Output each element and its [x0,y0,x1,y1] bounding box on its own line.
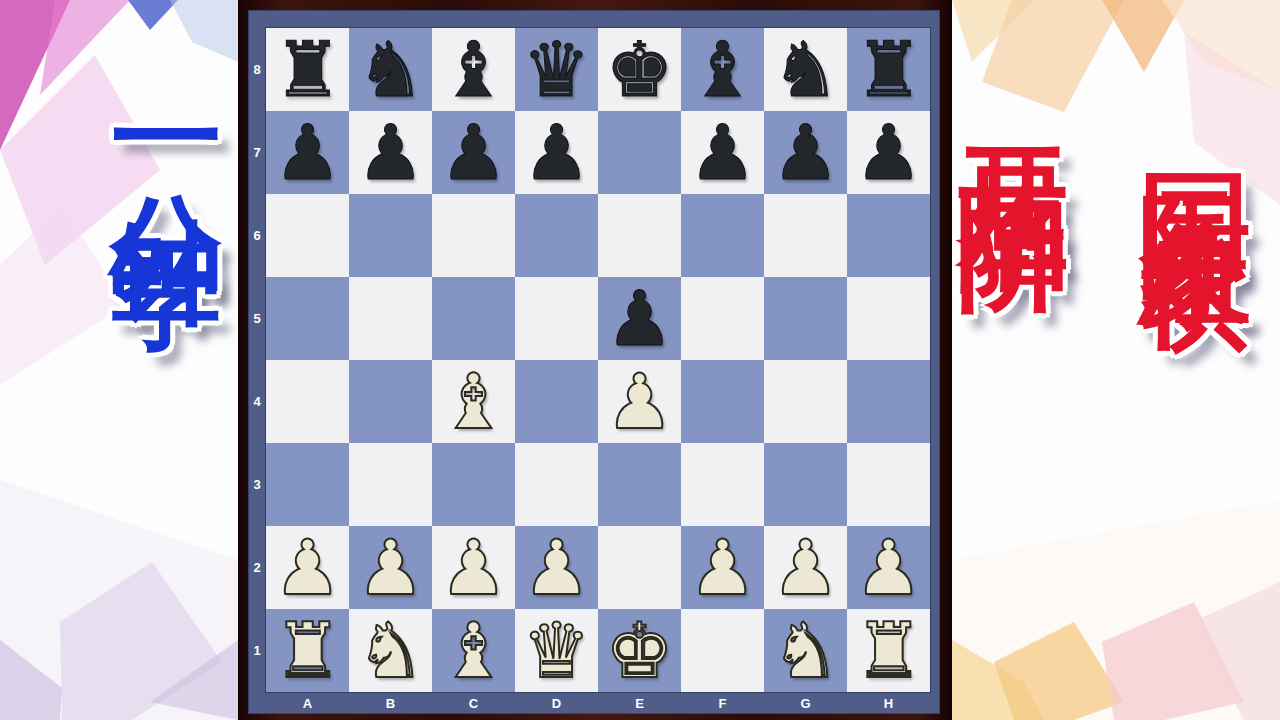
square-h3[interactable] [847,443,930,526]
file-label: F [681,692,764,714]
square-f4[interactable] [681,360,764,443]
piece-white-pawn[interactable]: ♟ [432,526,515,609]
square-e6[interactable] [598,194,681,277]
piece-black-pawn[interactable]: ♟ [598,277,681,360]
square-g5[interactable] [764,277,847,360]
square-d4[interactable] [515,360,598,443]
piece-white-pawn[interactable]: ♟ [764,526,847,609]
square-e5[interactable]: ♟ [598,277,681,360]
square-e4[interactable]: ♟ [598,360,681,443]
piece-black-pawn[interactable]: ♟ [681,111,764,194]
square-a8[interactable]: ♜ [266,28,349,111]
square-c2[interactable]: ♟ [432,526,515,609]
square-b3[interactable] [349,443,432,526]
square-g4[interactable] [764,360,847,443]
square-g2[interactable]: ♟ [764,526,847,609]
piece-white-pawn[interactable]: ♟ [515,526,598,609]
square-g7[interactable]: ♟ [764,111,847,194]
rank-labels: 87654321 [248,28,266,692]
square-a5[interactable] [266,277,349,360]
piece-white-queen[interactable]: ♛ [515,609,598,692]
square-e1[interactable]: ♚ [598,609,681,692]
file-label: G [764,692,847,714]
square-e3[interactable] [598,443,681,526]
file-label: A [266,692,349,714]
rank-label: 6 [248,194,266,277]
left-panel: 一分钟学 [0,0,238,720]
piece-white-pawn[interactable]: ♟ [681,526,764,609]
square-h8[interactable]: ♜ [847,28,930,111]
rank-label: 1 [248,609,266,692]
square-h4[interactable] [847,360,930,443]
banner-right-inner-text: 开局陷阱 [958,60,1070,132]
square-b7[interactable]: ♟ [349,111,432,194]
square-c3[interactable] [432,443,515,526]
piece-white-knight[interactable]: ♞ [764,609,847,692]
square-c4[interactable]: ♝ [432,360,515,443]
square-f5[interactable] [681,277,764,360]
square-a2[interactable]: ♟ [266,526,349,609]
piece-white-pawn[interactable]: ♟ [847,526,930,609]
square-g3[interactable] [764,443,847,526]
rank-label: 7 [248,111,266,194]
piece-white-rook[interactable]: ♜ [847,609,930,692]
piece-white-bishop[interactable]: ♝ [432,360,515,443]
square-g1[interactable]: ♞ [764,609,847,692]
square-c6[interactable] [432,194,515,277]
square-c1[interactable]: ♝ [432,609,515,692]
square-b6[interactable] [349,194,432,277]
square-a6[interactable] [266,194,349,277]
right-panel: 开局陷阱 国际象棋 [952,0,1280,720]
piece-white-pawn[interactable]: ♟ [266,526,349,609]
piece-black-knight[interactable]: ♞ [764,28,847,111]
square-d8[interactable]: ♛ [515,28,598,111]
square-a3[interactable] [266,443,349,526]
square-e2[interactable] [598,526,681,609]
square-e8[interactable]: ♚ [598,28,681,111]
square-g8[interactable]: ♞ [764,28,847,111]
piece-black-bishop[interactable]: ♝ [681,28,764,111]
square-h5[interactable] [847,277,930,360]
piece-black-pawn[interactable]: ♟ [266,111,349,194]
square-f7[interactable]: ♟ [681,111,764,194]
piece-black-pawn[interactable]: ♟ [764,111,847,194]
square-c7[interactable]: ♟ [432,111,515,194]
piece-white-pawn[interactable]: ♟ [349,526,432,609]
square-b2[interactable]: ♟ [349,526,432,609]
square-c5[interactable] [432,277,515,360]
board-border: 87654321 ♜♞♝♛♚♝♞♜♟♟♟♟♟♟♟♟♝♟♟♟♟♟♟♟♟♜♞♝♛♚♞… [248,10,940,714]
piece-black-rook[interactable]: ♜ [847,28,930,111]
square-h2[interactable]: ♟ [847,526,930,609]
square-a4[interactable] [266,360,349,443]
piece-black-pawn[interactable]: ♟ [349,111,432,194]
square-f8[interactable]: ♝ [681,28,764,111]
rank-label: 2 [248,526,266,609]
piece-black-king[interactable]: ♚ [598,28,681,111]
square-h6[interactable] [847,194,930,277]
piece-white-pawn[interactable]: ♟ [598,360,681,443]
file-label: H [847,692,930,714]
file-label: D [515,692,598,714]
rank-label: 5 [248,277,266,360]
banner-right-outer-text: 国际象棋 [1140,86,1252,174]
square-d3[interactable] [515,443,598,526]
square-b4[interactable] [349,360,432,443]
square-a7[interactable]: ♟ [266,111,349,194]
rank-label: 4 [248,360,266,443]
file-label: E [598,692,681,714]
file-label: B [349,692,432,714]
square-d2[interactable]: ♟ [515,526,598,609]
file-label: C [432,692,515,714]
square-d5[interactable] [515,277,598,360]
file-labels: ABCDEFGH [266,692,930,714]
square-b5[interactable] [349,277,432,360]
square-e7[interactable] [598,111,681,194]
piece-black-pawn[interactable]: ♟ [432,111,515,194]
rank-label: 3 [248,443,266,526]
piece-white-knight[interactable]: ♞ [349,609,432,692]
square-h7[interactable]: ♟ [847,111,930,194]
square-b8[interactable]: ♞ [349,28,432,111]
square-c8[interactable]: ♝ [432,28,515,111]
square-h1[interactable]: ♜ [847,609,930,692]
piece-black-rook[interactable]: ♜ [266,28,349,111]
square-f6[interactable] [681,194,764,277]
square-d6[interactable] [515,194,598,277]
piece-black-bishop[interactable]: ♝ [432,28,515,111]
square-f1[interactable] [681,609,764,692]
square-g6[interactable] [764,194,847,277]
square-f3[interactable] [681,443,764,526]
piece-black-queen[interactable]: ♛ [515,28,598,111]
piece-black-pawn[interactable]: ♟ [515,111,598,194]
piece-white-bishop[interactable]: ♝ [432,609,515,692]
chess-board: ♜♞♝♛♚♝♞♜♟♟♟♟♟♟♟♟♝♟♟♟♟♟♟♟♟♜♞♝♛♚♞♜ [266,28,930,692]
piece-black-knight[interactable]: ♞ [349,28,432,111]
square-a1[interactable]: ♜ [266,609,349,692]
rank-label: 8 [248,28,266,111]
square-d1[interactable]: ♛ [515,609,598,692]
banner-left-text: 一分钟学 [112,80,224,176]
square-d7[interactable]: ♟ [515,111,598,194]
square-f2[interactable]: ♟ [681,526,764,609]
piece-white-rook[interactable]: ♜ [266,609,349,692]
stage: 一分钟学 开局陷阱 国际象棋 87654321 ♜♞♝♛♚♝♞♜♟♟♟♟♟♟♟♟… [0,0,1280,720]
board-frame: 87654321 ♜♞♝♛♚♝♞♜♟♟♟♟♟♟♟♟♝♟♟♟♟♟♟♟♟♜♞♝♛♚♞… [238,0,952,720]
square-b1[interactable]: ♞ [349,609,432,692]
piece-white-king[interactable]: ♚ [598,609,681,692]
piece-black-pawn[interactable]: ♟ [847,111,930,194]
